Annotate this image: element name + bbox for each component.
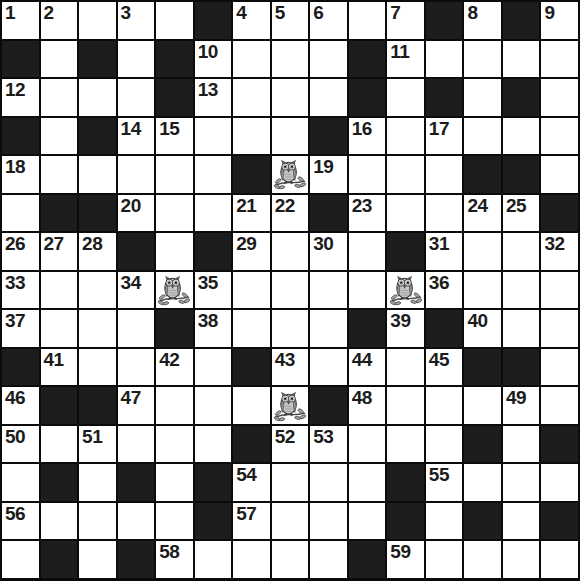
black-cell-r2c10 — [349, 41, 386, 78]
cell-r13c8[interactable] — [272, 464, 309, 501]
cell-r8c10[interactable] — [349, 272, 386, 309]
clue-number: 36 — [429, 272, 449, 293]
clue-number: 52 — [275, 426, 295, 447]
black-cell-r13c4 — [118, 464, 155, 501]
clue-number: 8 — [467, 2, 477, 23]
cell-r15c1[interactable] — [2, 541, 39, 578]
cell-r7c13[interactable] — [464, 233, 501, 270]
cell-r6c1[interactable] — [2, 195, 39, 232]
black-cell-r5c7 — [233, 156, 270, 193]
cell-r3c15[interactable] — [541, 79, 578, 116]
cell-r15c6[interactable] — [195, 541, 232, 578]
black-cell-r2c1 — [2, 41, 39, 78]
cell-r5c10[interactable] — [349, 156, 386, 193]
cell-r10c12[interactable]: 45 — [426, 349, 463, 386]
cell-r1c8[interactable]: 5 — [272, 2, 309, 39]
cell-r9c11[interactable]: 39 — [387, 310, 424, 347]
clue-number: 42 — [159, 349, 179, 370]
cell-r7c10[interactable] — [349, 233, 386, 270]
black-cell-r11c3 — [79, 387, 116, 424]
black-cell-r4c3 — [79, 118, 116, 155]
cell-r15c14[interactable] — [503, 541, 540, 578]
cell-r3c7[interactable] — [233, 79, 270, 116]
clue-number: 54 — [236, 464, 256, 485]
black-cell-r11c2 — [41, 387, 78, 424]
cell-r13c1[interactable] — [2, 464, 39, 501]
cell-r1c7[interactable]: 4 — [233, 2, 270, 39]
cell-r13c13[interactable] — [464, 464, 501, 501]
clue-number: 26 — [5, 233, 25, 254]
cell-r3c1[interactable]: 12 — [2, 79, 39, 116]
owl-on-branch-icon — [273, 389, 307, 423]
cell-r6c11[interactable] — [387, 195, 424, 232]
cell-r1c11[interactable]: 7 — [387, 2, 424, 39]
clue-number: 49 — [506, 387, 526, 408]
black-cell-r3c10 — [349, 79, 386, 116]
cell-r12c4[interactable] — [118, 426, 155, 463]
cell-r15c13[interactable] — [464, 541, 501, 578]
cell-r12c1[interactable]: 50 — [2, 426, 39, 463]
clue-number: 21 — [236, 195, 256, 216]
clue-number: 28 — [82, 233, 102, 254]
black-cell-r5c14 — [503, 156, 540, 193]
clue-number: 47 — [121, 387, 141, 408]
cell-r2c4[interactable] — [118, 41, 155, 78]
cell-r12c14[interactable] — [503, 426, 540, 463]
clue-number: 5 — [275, 2, 285, 23]
cell-r4c13[interactable] — [464, 118, 501, 155]
cell-r8c9[interactable] — [310, 272, 347, 309]
black-cell-r2c5 — [156, 41, 193, 78]
clue-number: 12 — [5, 79, 25, 100]
cell-r9c7[interactable] — [233, 310, 270, 347]
cell-r5c6[interactable] — [195, 156, 232, 193]
clue-number: 40 — [467, 310, 487, 331]
cell-r2c12[interactable] — [426, 41, 463, 78]
cell-r15c12[interactable] — [426, 541, 463, 578]
cell-r9c2[interactable] — [41, 310, 78, 347]
cell-r10c3[interactable] — [79, 349, 116, 386]
cell-r15c11[interactable]: 59 — [387, 541, 424, 578]
black-cell-r5c13 — [464, 156, 501, 193]
cell-r1c9[interactable]: 6 — [310, 2, 347, 39]
cell-r4c5[interactable]: 15 — [156, 118, 193, 155]
black-cell-r12c7 — [233, 426, 270, 463]
cell-r1c4[interactable]: 3 — [118, 2, 155, 39]
clue-number: 59 — [390, 541, 410, 562]
clue-number: 18 — [5, 156, 25, 177]
clue-number: 17 — [429, 118, 449, 139]
black-cell-r4c9 — [310, 118, 347, 155]
cell-r15c5[interactable]: 58 — [156, 541, 193, 578]
black-cell-r6c15 — [541, 195, 578, 232]
clue-number: 25 — [506, 195, 526, 216]
clue-number: 19 — [313, 156, 333, 177]
clue-number: 58 — [159, 541, 179, 562]
cell-r3c8[interactable] — [272, 79, 309, 116]
cell-r5c11[interactable] — [387, 156, 424, 193]
cell-r13c7[interactable]: 54 — [233, 464, 270, 501]
cell-r3c13[interactable] — [464, 79, 501, 116]
black-cell-r12c15 — [541, 426, 578, 463]
cell-r3c3[interactable] — [79, 79, 116, 116]
cell-r12c6[interactable] — [195, 426, 232, 463]
cell-r11c7[interactable] — [233, 387, 270, 424]
black-cell-r3c5 — [156, 79, 193, 116]
black-cell-r13c11 — [387, 464, 424, 501]
cell-r6c12[interactable] — [426, 195, 463, 232]
cell-r3c9[interactable] — [310, 79, 347, 116]
cell-r8c14[interactable] — [503, 272, 540, 309]
cell-r9c1[interactable]: 37 — [2, 310, 39, 347]
cell-r4c7[interactable] — [233, 118, 270, 155]
cell-r13c5[interactable] — [156, 464, 193, 501]
cell-r11c15[interactable] — [541, 387, 578, 424]
cell-r1c13[interactable]: 8 — [464, 2, 501, 39]
clue-number: 57 — [236, 503, 256, 524]
clue-number: 9 — [544, 2, 554, 23]
cell-r10c4[interactable] — [118, 349, 155, 386]
black-cell-r9c10 — [349, 310, 386, 347]
owl-on-branch-icon — [389, 273, 423, 307]
cell-r2c15[interactable] — [541, 41, 578, 78]
cell-r3c11[interactable] — [387, 79, 424, 116]
cell-r10c5[interactable]: 42 — [156, 349, 193, 386]
clue-number: 20 — [121, 195, 141, 216]
clue-number: 3 — [121, 2, 131, 23]
black-cell-r7c4 — [118, 233, 155, 270]
cell-r11c13[interactable] — [464, 387, 501, 424]
cell-r9c3[interactable] — [79, 310, 116, 347]
clue-number: 51 — [82, 426, 102, 447]
cell-r5c3[interactable] — [79, 156, 116, 193]
clue-number: 16 — [352, 118, 372, 139]
black-cell-r15c2 — [41, 541, 78, 578]
cell-r4c15[interactable] — [541, 118, 578, 155]
cell-r11c12[interactable] — [426, 387, 463, 424]
black-cell-r6c9 — [310, 195, 347, 232]
owl-cell-r8c5 — [156, 272, 193, 309]
cell-r12c12[interactable] — [426, 426, 463, 463]
black-cell-r15c10 — [349, 541, 386, 578]
cell-r8c13[interactable] — [464, 272, 501, 309]
clue-number: 37 — [5, 310, 25, 331]
cell-r4c4[interactable]: 14 — [118, 118, 155, 155]
cell-r1c10[interactable] — [349, 2, 386, 39]
owl-cell-r8c11 — [387, 272, 424, 309]
cell-r10c11[interactable] — [387, 349, 424, 386]
cell-r3c6[interactable]: 13 — [195, 79, 232, 116]
black-cell-r1c12 — [426, 2, 463, 39]
cell-r9c15[interactable] — [541, 310, 578, 347]
cell-r4c8[interactable] — [272, 118, 309, 155]
cell-r14c7[interactable]: 57 — [233, 503, 270, 540]
clue-number: 35 — [198, 272, 218, 293]
clue-number: 38 — [198, 310, 218, 331]
clue-number: 34 — [121, 272, 141, 293]
cell-r12c3[interactable]: 51 — [79, 426, 116, 463]
cell-r15c9[interactable] — [310, 541, 347, 578]
cell-r14c12[interactable] — [426, 503, 463, 540]
cell-r14c5[interactable] — [156, 503, 193, 540]
black-cell-r3c12 — [426, 79, 463, 116]
cell-r14c1[interactable]: 56 — [2, 503, 39, 540]
cell-r10c10[interactable]: 44 — [349, 349, 386, 386]
clue-number: 48 — [352, 387, 372, 408]
clue-number: 13 — [198, 79, 218, 100]
black-cell-r9c12 — [426, 310, 463, 347]
cell-r6c4[interactable]: 20 — [118, 195, 155, 232]
clue-number: 56 — [5, 503, 25, 524]
cell-r10c8[interactable]: 43 — [272, 349, 309, 386]
cell-r9c9[interactable] — [310, 310, 347, 347]
cell-r8c12[interactable]: 36 — [426, 272, 463, 309]
cell-r2c11[interactable]: 11 — [387, 41, 424, 78]
cell-r5c5[interactable] — [156, 156, 193, 193]
cell-r9c4[interactable] — [118, 310, 155, 347]
cell-r4c6[interactable] — [195, 118, 232, 155]
cell-r7c9[interactable]: 30 — [310, 233, 347, 270]
cell-r15c7[interactable] — [233, 541, 270, 578]
black-cell-r1c6 — [195, 2, 232, 39]
owl-on-branch-icon — [273, 157, 307, 191]
cell-r5c9[interactable]: 19 — [310, 156, 347, 193]
cell-r2c8[interactable] — [272, 41, 309, 78]
black-cell-r11c9 — [310, 387, 347, 424]
cell-r7c12[interactable]: 31 — [426, 233, 463, 270]
clue-number: 7 — [390, 2, 400, 23]
cell-r1c5[interactable] — [156, 2, 193, 39]
cell-r14c3[interactable] — [79, 503, 116, 540]
cell-r14c2[interactable] — [41, 503, 78, 540]
black-cell-r15c4 — [118, 541, 155, 578]
cell-r5c2[interactable] — [41, 156, 78, 193]
cell-r9c13[interactable]: 40 — [464, 310, 501, 347]
cell-r8c4[interactable]: 34 — [118, 272, 155, 309]
clue-number: 4 — [236, 2, 246, 23]
cell-r11c14[interactable]: 49 — [503, 387, 540, 424]
owl-cell-r5c8 — [272, 156, 309, 193]
cell-r12c5[interactable] — [156, 426, 193, 463]
cell-r7c8[interactable] — [272, 233, 309, 270]
cell-r8c3[interactable] — [79, 272, 116, 309]
clue-number: 27 — [44, 233, 64, 254]
clue-number: 45 — [429, 349, 449, 370]
cell-r8c6[interactable]: 35 — [195, 272, 232, 309]
cell-r12c8[interactable]: 52 — [272, 426, 309, 463]
clue-number: 14 — [121, 118, 141, 139]
cell-r11c11[interactable] — [387, 387, 424, 424]
cell-r2c6[interactable]: 10 — [195, 41, 232, 78]
black-cell-r14c11 — [387, 503, 424, 540]
cell-r15c8[interactable] — [272, 541, 309, 578]
black-cell-r6c3 — [79, 195, 116, 232]
cell-r8c1[interactable]: 33 — [2, 272, 39, 309]
cell-r7c5[interactable] — [156, 233, 193, 270]
black-cell-r10c13 — [464, 349, 501, 386]
cell-r4c2[interactable] — [41, 118, 78, 155]
black-cell-r13c6 — [195, 464, 232, 501]
clue-number: 31 — [429, 233, 449, 254]
cell-r2c9[interactable] — [310, 41, 347, 78]
cell-r11c10[interactable]: 48 — [349, 387, 386, 424]
black-cell-r14c6 — [195, 503, 232, 540]
cell-r7c7[interactable]: 29 — [233, 233, 270, 270]
black-cell-r14c15 — [541, 503, 578, 540]
cell-r11c4[interactable]: 47 — [118, 387, 155, 424]
clue-number: 29 — [236, 233, 256, 254]
clue-number: 23 — [352, 195, 372, 216]
cell-r6c8[interactable]: 22 — [272, 195, 309, 232]
crossword-board: 123456789101112131415161718 — [0, 0, 580, 581]
cell-r13c14[interactable] — [503, 464, 540, 501]
cell-r2c2[interactable] — [41, 41, 78, 78]
cell-r11c5[interactable] — [156, 387, 193, 424]
black-cell-r4c1 — [2, 118, 39, 155]
cell-r14c9[interactable] — [310, 503, 347, 540]
clue-number: 15 — [159, 118, 179, 139]
cell-r1c15[interactable]: 9 — [541, 2, 578, 39]
cell-r8c8[interactable] — [272, 272, 309, 309]
cell-r4c12[interactable]: 17 — [426, 118, 463, 155]
cell-r9c14[interactable] — [503, 310, 540, 347]
black-cell-r6c2 — [41, 195, 78, 232]
black-cell-r10c14 — [503, 349, 540, 386]
cell-r11c6[interactable] — [195, 387, 232, 424]
clue-number: 22 — [275, 195, 295, 216]
cell-r14c4[interactable] — [118, 503, 155, 540]
black-cell-r10c7 — [233, 349, 270, 386]
cell-r6c7[interactable]: 21 — [233, 195, 270, 232]
clue-number: 6 — [313, 2, 323, 23]
owl-cell-r11c8 — [272, 387, 309, 424]
cell-r11c1[interactable]: 46 — [2, 387, 39, 424]
black-cell-r1c14 — [503, 2, 540, 39]
cell-r9c6[interactable]: 38 — [195, 310, 232, 347]
cell-r5c1[interactable]: 18 — [2, 156, 39, 193]
cell-r14c8[interactable] — [272, 503, 309, 540]
owl-on-branch-icon — [157, 273, 191, 307]
clue-number: 50 — [5, 426, 25, 447]
clue-number: 55 — [429, 464, 449, 485]
cell-r8c7[interactable] — [233, 272, 270, 309]
clue-number: 53 — [313, 426, 333, 447]
cell-r7c15[interactable]: 32 — [541, 233, 578, 270]
black-cell-r2c3 — [79, 41, 116, 78]
black-cell-r9c5 — [156, 310, 193, 347]
clue-number: 10 — [198, 41, 218, 62]
cell-r6c10[interactable]: 23 — [349, 195, 386, 232]
cell-r13c3[interactable] — [79, 464, 116, 501]
cell-r7c3[interactable]: 28 — [79, 233, 116, 270]
cell-r13c10[interactable] — [349, 464, 386, 501]
clue-number: 46 — [5, 387, 25, 408]
cell-r2c14[interactable] — [503, 41, 540, 78]
cell-r5c15[interactable] — [541, 156, 578, 193]
black-cell-r10c1 — [2, 349, 39, 386]
cell-r9c8[interactable] — [272, 310, 309, 347]
cell-r10c15[interactable] — [541, 349, 578, 386]
clue-number: 1 — [5, 2, 15, 23]
cell-r8c2[interactable] — [41, 272, 78, 309]
clue-number: 2 — [44, 2, 54, 23]
cell-r8c15[interactable] — [541, 272, 578, 309]
cell-r1c3[interactable] — [79, 2, 116, 39]
cell-r7c1[interactable]: 26 — [2, 233, 39, 270]
cell-r6c13[interactable]: 24 — [464, 195, 501, 232]
cell-r3c4[interactable] — [118, 79, 155, 116]
cell-r13c12[interactable]: 55 — [426, 464, 463, 501]
cell-r10c6[interactable] — [195, 349, 232, 386]
clue-number: 11 — [390, 41, 409, 62]
cell-r10c2[interactable]: 41 — [41, 349, 78, 386]
black-cell-r14c13 — [464, 503, 501, 540]
cell-r2c7[interactable] — [233, 41, 270, 78]
cell-r3c2[interactable] — [41, 79, 78, 116]
clue-number: 41 — [44, 349, 64, 370]
cell-r7c2[interactable]: 27 — [41, 233, 78, 270]
clue-number: 39 — [390, 310, 410, 331]
cell-r2c13[interactable] — [464, 41, 501, 78]
cell-r4c14[interactable] — [503, 118, 540, 155]
cell-r12c2[interactable] — [41, 426, 78, 463]
cell-r7c14[interactable] — [503, 233, 540, 270]
cell-r15c3[interactable] — [79, 541, 116, 578]
cell-r15c15[interactable] — [541, 541, 578, 578]
cell-r12c10[interactable] — [349, 426, 386, 463]
cell-r4c10[interactable]: 16 — [349, 118, 386, 155]
clue-number: 44 — [352, 349, 372, 370]
cell-r6c5[interactable] — [156, 195, 193, 232]
cell-r14c14[interactable] — [503, 503, 540, 540]
cell-r14c10[interactable] — [349, 503, 386, 540]
clue-number: 24 — [467, 195, 487, 216]
clue-number: 30 — [313, 233, 333, 254]
black-cell-r12c13 — [464, 426, 501, 463]
cell-r6c6[interactable] — [195, 195, 232, 232]
cell-r6c14[interactable]: 25 — [503, 195, 540, 232]
clue-number: 32 — [544, 233, 564, 254]
cell-r12c11[interactable] — [387, 426, 424, 463]
cell-r12c9[interactable]: 53 — [310, 426, 347, 463]
black-cell-r13c2 — [41, 464, 78, 501]
cell-r13c15[interactable] — [541, 464, 578, 501]
cell-r4c11[interactable] — [387, 118, 424, 155]
clue-number: 43 — [275, 349, 295, 370]
cell-r5c12[interactable] — [426, 156, 463, 193]
black-cell-r7c6 — [195, 233, 232, 270]
cell-r1c2[interactable]: 2 — [41, 2, 78, 39]
cell-r13c9[interactable] — [310, 464, 347, 501]
black-cell-r3c14 — [503, 79, 540, 116]
cell-r1c1[interactable]: 1 — [2, 2, 39, 39]
cell-r5c4[interactable] — [118, 156, 155, 193]
black-cell-r7c11 — [387, 233, 424, 270]
cell-r10c9[interactable] — [310, 349, 347, 386]
clue-number: 33 — [5, 272, 25, 293]
